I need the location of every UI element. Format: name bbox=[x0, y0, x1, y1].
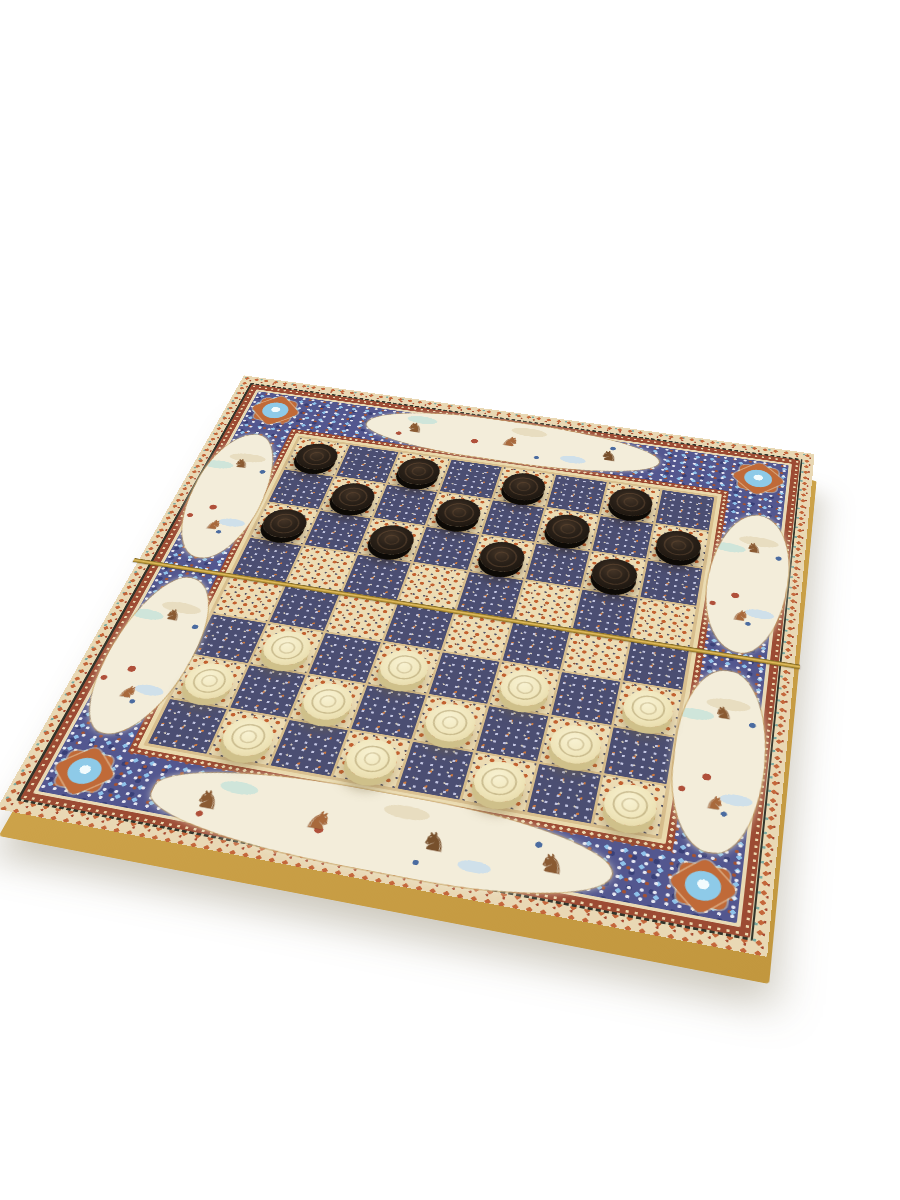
square-r6c7[interactable] bbox=[604, 727, 674, 784]
square-r0c3[interactable] bbox=[440, 460, 501, 499]
cream-checker-piece[interactable] bbox=[341, 736, 404, 783]
cream-checker-piece[interactable] bbox=[375, 647, 434, 689]
square-r5c5[interactable] bbox=[490, 662, 560, 714]
horseman-icon: ♞ bbox=[731, 607, 752, 624]
square-r2c2[interactable] bbox=[359, 519, 425, 562]
dark-checker-piece[interactable] bbox=[257, 507, 312, 541]
square-r2c6[interactable] bbox=[583, 552, 646, 597]
cream-checker-piece[interactable] bbox=[297, 680, 358, 724]
cream-checker-piece[interactable] bbox=[546, 721, 604, 767]
horseman-icon: ♞ bbox=[161, 606, 186, 623]
square-r6c4[interactable] bbox=[413, 696, 486, 751]
horseman-icon: ♞ bbox=[744, 540, 764, 555]
square-r1c5[interactable] bbox=[536, 508, 598, 550]
cream-checker-piece[interactable] bbox=[469, 758, 530, 806]
dark-checker-piece[interactable] bbox=[365, 523, 419, 558]
horseman-icon: ♞ bbox=[598, 448, 620, 463]
square-r5c6[interactable] bbox=[551, 672, 620, 725]
dark-checker-piece[interactable] bbox=[654, 528, 703, 563]
dark-checker-piece[interactable] bbox=[588, 556, 639, 593]
horseman-icon: ♞ bbox=[535, 848, 569, 878]
product-photo-scene: ♞ ♞ ♞ ♞ ♞ ♞ ♞ ♞ ♞ ♞ ♞ ♞ ♞ bbox=[0, 0, 900, 1200]
square-r0c6[interactable] bbox=[601, 482, 660, 522]
horseman-icon: ♞ bbox=[417, 827, 451, 857]
dark-checker-piece[interactable] bbox=[394, 456, 445, 487]
horseman-icon: ♞ bbox=[500, 434, 523, 449]
horseman-icon: ♞ bbox=[713, 704, 734, 723]
medallion-core bbox=[743, 468, 773, 489]
square-r6c3[interactable] bbox=[352, 685, 426, 739]
square-r5c4[interactable] bbox=[429, 652, 500, 703]
cream-checker-piece[interactable] bbox=[496, 666, 553, 709]
square-r0c7[interactable] bbox=[656, 490, 715, 531]
square-r7c7[interactable] bbox=[594, 775, 667, 835]
horseman-icon: ♞ bbox=[116, 682, 142, 701]
square-r1c2[interactable] bbox=[374, 485, 438, 525]
horseman-icon: ♞ bbox=[231, 457, 252, 470]
square-r2c5[interactable] bbox=[526, 544, 590, 588]
cream-checker-piece[interactable] bbox=[216, 714, 280, 760]
square-r5c7[interactable] bbox=[614, 682, 682, 736]
dark-checker-piece[interactable] bbox=[291, 441, 343, 472]
square-r1c7[interactable] bbox=[648, 524, 708, 567]
medallion-core bbox=[683, 868, 723, 904]
square-r1c3[interactable] bbox=[427, 493, 490, 534]
cream-checker-piece[interactable] bbox=[420, 700, 480, 745]
horseman-icon: ♞ bbox=[302, 806, 337, 835]
square-r7c3[interactable] bbox=[334, 731, 410, 788]
board-wrapper: ♞ ♞ ♞ ♞ ♞ ♞ ♞ ♞ ♞ ♞ ♞ ♞ ♞ bbox=[55, 210, 855, 1010]
square-r0c5[interactable] bbox=[547, 475, 607, 515]
horseman-icon: ♞ bbox=[704, 793, 726, 814]
square-r0c4[interactable] bbox=[493, 467, 554, 506]
square-r6c5[interactable] bbox=[476, 706, 548, 761]
dark-checker-piece[interactable] bbox=[542, 512, 593, 546]
medallion-core bbox=[259, 401, 292, 420]
square-r6c6[interactable] bbox=[540, 716, 611, 772]
cream-checker-piece[interactable] bbox=[178, 660, 240, 702]
square-r2c7[interactable] bbox=[640, 561, 702, 606]
square-r1c4[interactable] bbox=[482, 500, 544, 541]
cream-checker-piece[interactable] bbox=[257, 628, 317, 669]
horseman-icon: ♞ bbox=[203, 518, 225, 532]
dark-checker-piece[interactable] bbox=[475, 539, 528, 575]
dark-checker-piece[interactable] bbox=[327, 481, 380, 514]
square-r7c5[interactable] bbox=[462, 753, 537, 812]
square-r5c3[interactable] bbox=[368, 642, 439, 693]
square-r1c6[interactable] bbox=[592, 516, 653, 558]
horseman-icon: ♞ bbox=[190, 785, 226, 813]
square-r0c2[interactable] bbox=[388, 452, 450, 490]
cream-checker-piece[interactable] bbox=[600, 780, 660, 830]
game-board: ♞ ♞ ♞ ♞ ♞ ♞ ♞ ♞ ♞ ♞ ♞ ♞ ♞ bbox=[0, 375, 815, 957]
square-r2c3[interactable] bbox=[414, 527, 479, 570]
dark-checker-piece[interactable] bbox=[499, 471, 549, 503]
horseman-icon: ♞ bbox=[404, 420, 427, 435]
cream-checker-piece[interactable] bbox=[620, 687, 676, 731]
dark-checker-piece[interactable] bbox=[433, 496, 485, 530]
square-r7c4[interactable] bbox=[397, 742, 473, 800]
medallion-core bbox=[62, 755, 107, 786]
square-r2c4[interactable] bbox=[469, 535, 533, 579]
dark-checker-piece[interactable] bbox=[606, 486, 655, 519]
square-r7c6[interactable] bbox=[527, 764, 601, 824]
